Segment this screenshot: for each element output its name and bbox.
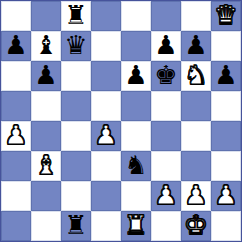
square-b8[interactable] — [31, 1, 61, 31]
white-pawn-icon[interactable]: ♟ — [214, 182, 237, 208]
square-a8[interactable] — [1, 1, 31, 31]
black-rook-icon[interactable]: ♜ — [64, 212, 87, 238]
white-rook-icon[interactable]: ♜ — [124, 212, 147, 238]
square-b6[interactable]: ♟ — [31, 61, 61, 91]
square-c2[interactable] — [61, 181, 91, 211]
square-f6[interactable]: ♚ — [151, 61, 181, 91]
square-e4[interactable] — [121, 121, 151, 151]
square-f1[interactable] — [151, 211, 181, 241]
square-b1[interactable] — [31, 211, 61, 241]
square-g2[interactable]: ♟ — [181, 181, 211, 211]
square-g7[interactable]: ♟ — [181, 31, 211, 61]
white-queen-icon[interactable]: ♛ — [214, 2, 237, 28]
square-h8[interactable]: ♛ — [211, 1, 241, 31]
square-a4[interactable]: ♟ — [1, 121, 31, 151]
black-pawn-icon[interactable]: ♟ — [124, 62, 147, 88]
square-a6[interactable] — [1, 61, 31, 91]
black-pawn-icon[interactable]: ♟ — [214, 62, 237, 88]
square-d2[interactable] — [91, 181, 121, 211]
square-h1[interactable] — [211, 211, 241, 241]
square-d6[interactable] — [91, 61, 121, 91]
square-g6[interactable]: ♞ — [181, 61, 211, 91]
square-b3[interactable]: ♝ — [31, 151, 61, 181]
square-c7[interactable]: ♛ — [61, 31, 91, 61]
white-pawn-icon[interactable]: ♟ — [94, 122, 117, 148]
square-c8[interactable]: ♜ — [61, 1, 91, 31]
square-g5[interactable] — [181, 91, 211, 121]
square-a1[interactable] — [1, 211, 31, 241]
square-e3[interactable]: ♞ — [121, 151, 151, 181]
square-h3[interactable] — [211, 151, 241, 181]
square-c6[interactable] — [61, 61, 91, 91]
square-g8[interactable] — [181, 1, 211, 31]
square-g1[interactable]: ♚ — [181, 211, 211, 241]
square-e7[interactable] — [121, 31, 151, 61]
square-b5[interactable] — [31, 91, 61, 121]
square-e5[interactable] — [121, 91, 151, 121]
black-king-icon[interactable]: ♚ — [154, 62, 177, 88]
square-b4[interactable] — [31, 121, 61, 151]
black-pawn-icon[interactable]: ♟ — [184, 32, 207, 58]
black-pawn-icon[interactable]: ♟ — [34, 62, 57, 88]
square-d4[interactable]: ♟ — [91, 121, 121, 151]
square-e2[interactable] — [121, 181, 151, 211]
white-bishop-icon[interactable]: ♝ — [34, 152, 57, 178]
square-h2[interactable]: ♟ — [211, 181, 241, 211]
square-f4[interactable] — [151, 121, 181, 151]
square-d3[interactable] — [91, 151, 121, 181]
square-f8[interactable] — [151, 1, 181, 31]
square-c3[interactable] — [61, 151, 91, 181]
square-b2[interactable] — [31, 181, 61, 211]
square-f5[interactable] — [151, 91, 181, 121]
square-d7[interactable] — [91, 31, 121, 61]
square-e8[interactable] — [121, 1, 151, 31]
square-c1[interactable]: ♜ — [61, 211, 91, 241]
black-knight-icon[interactable]: ♞ — [124, 152, 147, 178]
chess-board: ♜♛♟♝♛♟♟♟♟♚♞♟♟♟♝♞♟♟♟♜♜♚ — [0, 0, 242, 242]
square-c4[interactable] — [61, 121, 91, 151]
black-queen-icon[interactable]: ♛ — [64, 32, 87, 58]
black-pawn-icon[interactable]: ♟ — [154, 32, 177, 58]
square-h5[interactable] — [211, 91, 241, 121]
square-f3[interactable] — [151, 151, 181, 181]
square-a5[interactable] — [1, 91, 31, 121]
chess-board-wrapper: ♜♛♟♝♛♟♟♟♟♚♞♟♟♟♝♞♟♟♟♜♜♚ — [0, 0, 242, 242]
square-b7[interactable]: ♝ — [31, 31, 61, 61]
black-pawn-icon[interactable]: ♟ — [4, 32, 27, 58]
square-e1[interactable]: ♜ — [121, 211, 151, 241]
white-king-icon[interactable]: ♚ — [184, 212, 207, 238]
black-bishop-icon[interactable]: ♝ — [34, 32, 57, 58]
square-h6[interactable]: ♟ — [211, 61, 241, 91]
square-g3[interactable] — [181, 151, 211, 181]
black-rook-icon[interactable]: ♜ — [64, 2, 87, 28]
square-h4[interactable] — [211, 121, 241, 151]
square-h7[interactable] — [211, 31, 241, 61]
white-knight-icon[interactable]: ♞ — [184, 62, 207, 88]
white-pawn-icon[interactable]: ♟ — [4, 122, 27, 148]
square-a2[interactable] — [1, 181, 31, 211]
square-f2[interactable]: ♟ — [151, 181, 181, 211]
square-f7[interactable]: ♟ — [151, 31, 181, 61]
square-a3[interactable] — [1, 151, 31, 181]
square-c5[interactable] — [61, 91, 91, 121]
square-d8[interactable] — [91, 1, 121, 31]
square-d5[interactable] — [91, 91, 121, 121]
square-d1[interactable] — [91, 211, 121, 241]
white-pawn-icon[interactable]: ♟ — [154, 182, 177, 208]
white-pawn-icon[interactable]: ♟ — [184, 182, 207, 208]
square-e6[interactable]: ♟ — [121, 61, 151, 91]
square-g4[interactable] — [181, 121, 211, 151]
square-a7[interactable]: ♟ — [1, 31, 31, 61]
